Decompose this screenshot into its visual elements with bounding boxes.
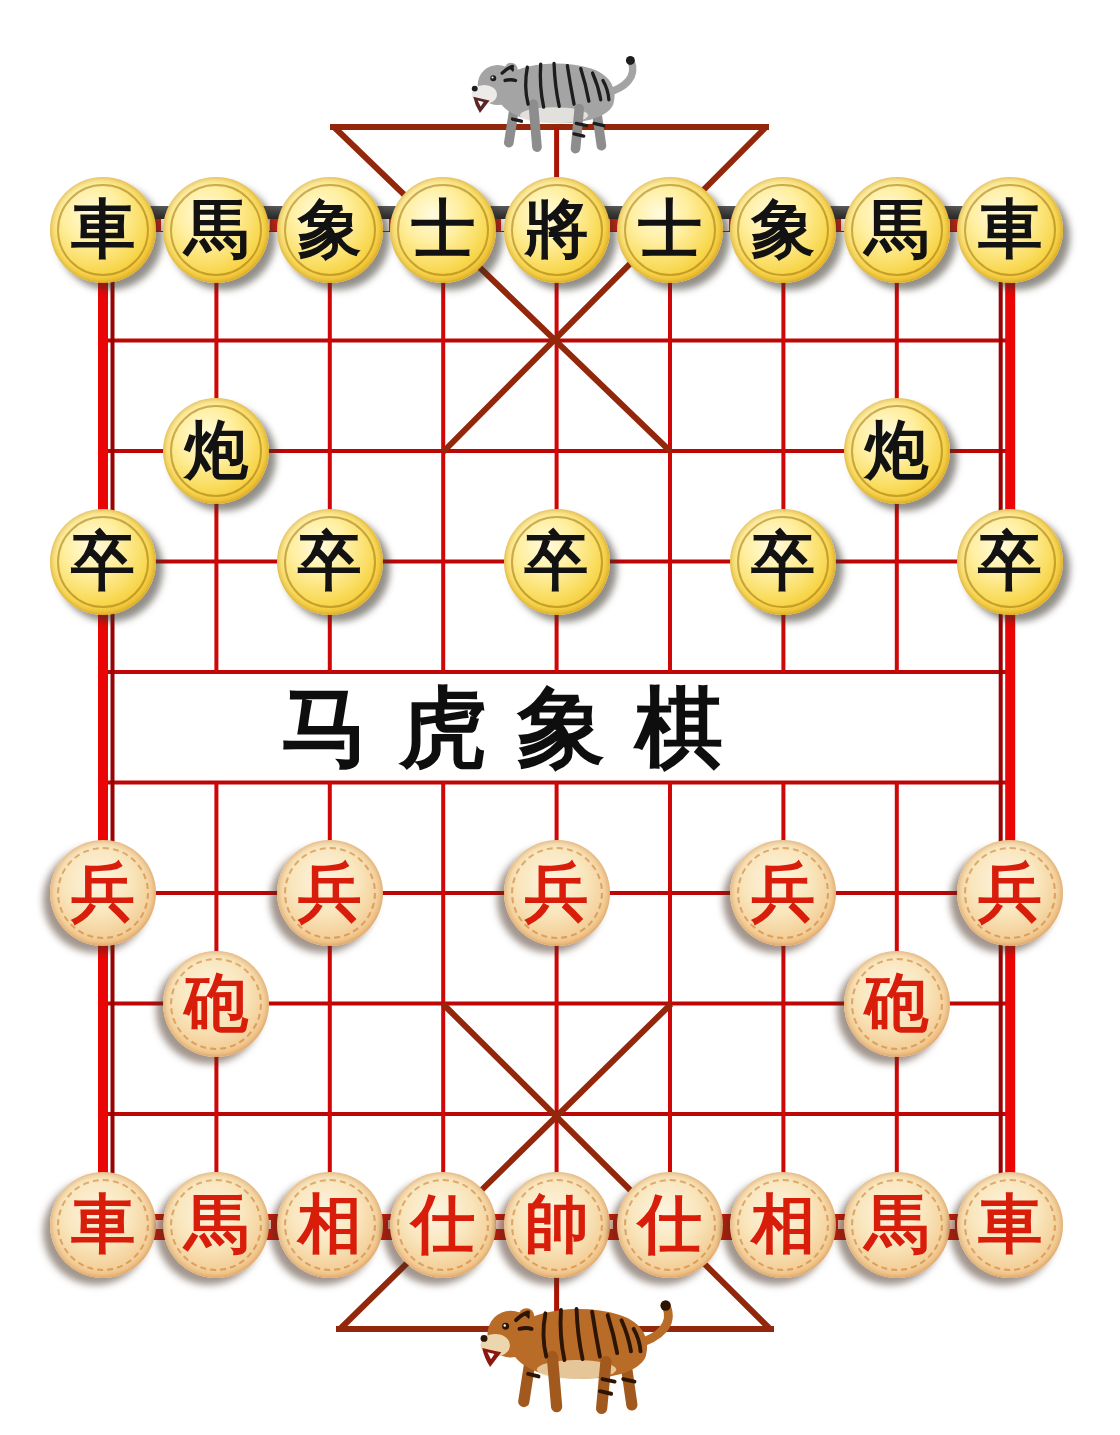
black-piece-disc: 卒 [957,509,1063,615]
piece-red-soldier[interactable]: 兵 [273,838,386,949]
black-piece-disc: 士 [617,177,723,283]
piece-red-chariot[interactable]: 車 [46,1169,159,1280]
red-piece-disc: 相 [277,1172,383,1278]
piece-glyph: 仕 [638,1192,702,1256]
piece-black-elephant[interactable]: 象 [273,175,386,286]
piece-glyph: 車 [71,1192,135,1256]
black-piece-disc: 卒 [730,509,836,615]
piece-glyph: 將 [525,197,589,261]
piece-glyph: 車 [978,197,1042,261]
piece-glyph: 帥 [525,1192,589,1256]
piece-red-soldier[interactable]: 兵 [500,838,613,949]
piece-red-horse[interactable]: 馬 [160,1169,273,1280]
black-piece-disc: 卒 [277,509,383,615]
piece-glyph: 兵 [751,860,815,924]
piece-glyph: 砲 [865,971,929,1035]
piece-red-cannon[interactable]: 砲 [840,948,953,1059]
piece-black-cannon[interactable]: 炮 [840,396,953,507]
piece-glyph: 兵 [298,860,362,924]
black-piece-disc: 炮 [163,398,269,504]
piece-black-chariot[interactable]: 車 [953,175,1066,286]
piece-glyph: 象 [751,197,815,261]
piece-glyph: 馬 [184,1192,248,1256]
piece-black-soldier[interactable]: 卒 [727,506,840,617]
red-piece-disc: 相 [730,1172,836,1278]
black-piece-disc: 象 [277,177,383,283]
black-piece-disc: 車 [50,177,156,283]
piece-glyph: 馬 [184,197,248,261]
gray-tiger-figurine [468,36,646,162]
piece-glyph: 相 [751,1192,815,1256]
piece-black-cannon[interactable]: 炮 [160,396,273,507]
piece-black-advisor[interactable]: 士 [386,175,499,286]
piece-red-general[interactable]: 帥 [500,1169,613,1280]
piece-glyph: 卒 [525,529,589,593]
black-piece-disc: 士 [390,177,496,283]
black-piece-disc: 卒 [504,509,610,615]
red-piece-disc: 仕 [617,1172,723,1278]
xiangqi-board-screen: 马虎象棋 車馬象士將士象馬車炮炮卒卒卒卒卒兵兵兵兵兵砲砲車馬相仕帥仕相馬車 [0,0,1120,1435]
piece-grid: 車馬象士將士象馬車炮炮卒卒卒卒卒兵兵兵兵兵砲砲車馬相仕帥仕相馬車 [46,175,1067,1280]
piece-glyph: 仕 [411,1192,475,1256]
black-piece-disc: 車 [957,177,1063,283]
piece-red-soldier[interactable]: 兵 [727,838,840,949]
piece-black-horse[interactable]: 馬 [160,175,273,286]
black-piece-disc: 馬 [163,177,269,283]
orange-tiger-figurine [476,1277,684,1424]
red-piece-disc: 車 [50,1172,156,1278]
red-piece-disc: 兵 [730,840,836,946]
piece-red-elephant[interactable]: 相 [727,1169,840,1280]
piece-black-soldier[interactable]: 卒 [46,506,159,617]
red-piece-disc: 兵 [504,840,610,946]
piece-black-soldier[interactable]: 卒 [500,506,613,617]
piece-glyph: 炮 [865,418,929,482]
red-piece-disc: 兵 [957,840,1063,946]
piece-black-advisor[interactable]: 士 [613,175,726,286]
piece-red-elephant[interactable]: 相 [273,1169,386,1280]
piece-black-chariot[interactable]: 車 [46,175,159,286]
piece-red-soldier[interactable]: 兵 [46,838,159,949]
piece-black-soldier[interactable]: 卒 [953,506,1066,617]
piece-glyph: 卒 [71,529,135,593]
piece-red-chariot[interactable]: 車 [953,1169,1066,1280]
piece-glyph: 炮 [184,418,248,482]
piece-glyph: 馬 [865,197,929,261]
piece-glyph: 卒 [751,529,815,593]
piece-glyph: 相 [298,1192,362,1256]
black-piece-disc: 炮 [844,398,950,504]
piece-glyph: 兵 [525,860,589,924]
black-piece-disc: 馬 [844,177,950,283]
red-piece-disc: 兵 [50,840,156,946]
black-piece-disc: 卒 [50,509,156,615]
piece-red-advisor[interactable]: 仕 [613,1169,726,1280]
piece-glyph: 車 [978,1192,1042,1256]
red-piece-disc: 砲 [844,951,950,1057]
piece-black-general[interactable]: 將 [500,175,613,286]
piece-black-soldier[interactable]: 卒 [273,506,386,617]
piece-glyph: 士 [411,197,475,261]
red-piece-disc: 兵 [277,840,383,946]
red-piece-disc: 帥 [504,1172,610,1278]
piece-red-advisor[interactable]: 仕 [386,1169,499,1280]
piece-red-horse[interactable]: 馬 [840,1169,953,1280]
piece-glyph: 兵 [978,860,1042,924]
piece-glyph: 砲 [184,971,248,1035]
piece-black-elephant[interactable]: 象 [727,175,840,286]
red-piece-disc: 馬 [163,1172,269,1278]
piece-glyph: 馬 [865,1192,929,1256]
piece-glyph: 卒 [298,529,362,593]
piece-black-horse[interactable]: 馬 [840,175,953,286]
piece-glyph: 卒 [978,529,1042,593]
piece-glyph: 士 [638,197,702,261]
red-piece-disc: 仕 [390,1172,496,1278]
red-piece-disc: 砲 [163,951,269,1057]
piece-red-cannon[interactable]: 砲 [160,948,273,1059]
piece-glyph: 象 [298,197,362,261]
red-piece-disc: 馬 [844,1172,950,1278]
black-piece-disc: 將 [504,177,610,283]
red-piece-disc: 車 [957,1172,1063,1278]
piece-glyph: 車 [71,197,135,261]
piece-red-soldier[interactable]: 兵 [953,838,1066,949]
piece-glyph: 兵 [71,860,135,924]
black-piece-disc: 象 [730,177,836,283]
